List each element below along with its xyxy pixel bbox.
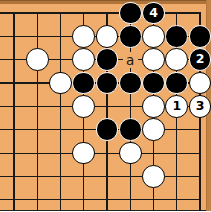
stone-black [165,25,188,48]
stone-white [142,165,165,188]
stone-white [142,48,165,71]
stone-white [165,48,188,71]
grid-line-horizontal [0,153,201,154]
move-number-label: 4 [149,7,158,20]
move-number-label: 2 [196,53,205,66]
stone-white [72,95,95,118]
stone-black [189,25,211,48]
stone-white-move-1: 1 [165,95,188,118]
stone-black [72,72,95,95]
grid-line-horizontal [0,199,201,200]
stone-black [142,72,165,95]
stone-white [72,25,95,48]
stone-black [96,72,119,95]
stone-white [142,25,165,48]
grid-line-vertical [60,12,61,211]
board-top-wood-edge [0,0,211,4]
grid-line-horizontal [0,176,201,177]
stone-black [96,118,119,141]
point-label-a: a [123,52,138,68]
stone-white-move-3: 3 [189,95,211,118]
stone-black [96,48,119,71]
stone-white [142,118,165,141]
stone-white [119,142,142,165]
stone-white [96,25,119,48]
stone-black-move-2: 2 [189,48,211,71]
stone-white [49,72,72,95]
stone-black [165,72,188,95]
diagram-bottom-crop-border [0,210,206,212]
stone-white [142,95,165,118]
grid-line-vertical [37,12,38,211]
stone-black [119,25,142,48]
stone-white [72,48,95,71]
stone-black [119,2,142,25]
go-board: 4213 a [0,0,211,211]
move-number-label: 3 [196,100,205,113]
stone-black [119,72,142,95]
stone-black [119,118,142,141]
stone-black-move-4: 4 [142,2,165,25]
stone-white [26,48,49,71]
move-number-label: 1 [172,100,181,113]
grid-line-horizontal [0,12,201,13]
stone-white [72,142,95,165]
grid-line-vertical [13,12,14,211]
